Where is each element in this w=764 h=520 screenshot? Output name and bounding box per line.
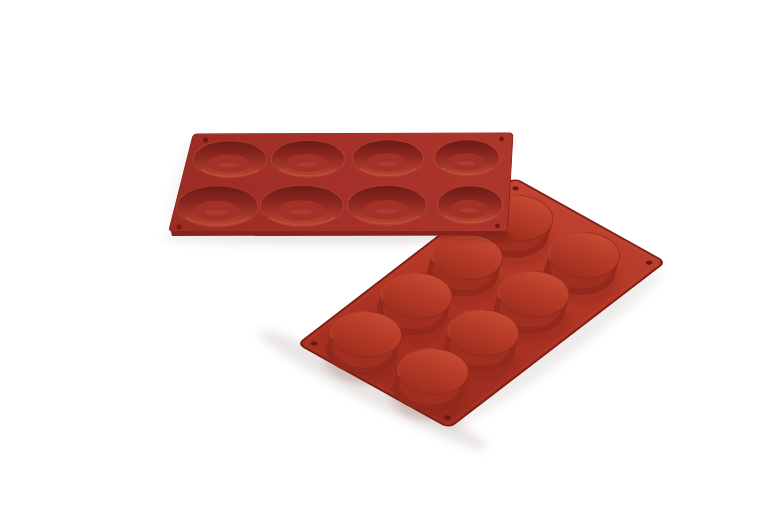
product-photo-svg bbox=[40, 16, 764, 520]
corner-hole bbox=[177, 225, 182, 230]
cavity bbox=[434, 140, 500, 176]
corner-hole bbox=[495, 224, 500, 229]
cavity bbox=[193, 141, 267, 178]
cavity bbox=[437, 186, 503, 224]
cavity bbox=[260, 186, 344, 227]
rear-mold-front-edge bbox=[171, 232, 507, 237]
product-photo: Product photo: two terracotta-red flexib… bbox=[40, 16, 764, 520]
cavity bbox=[352, 140, 424, 177]
cavity bbox=[347, 186, 427, 226]
corner-hole bbox=[499, 137, 504, 142]
rear-mold bbox=[170, 133, 513, 236]
corner-hole bbox=[203, 138, 208, 143]
cavity bbox=[177, 186, 259, 227]
cavity bbox=[271, 141, 345, 178]
